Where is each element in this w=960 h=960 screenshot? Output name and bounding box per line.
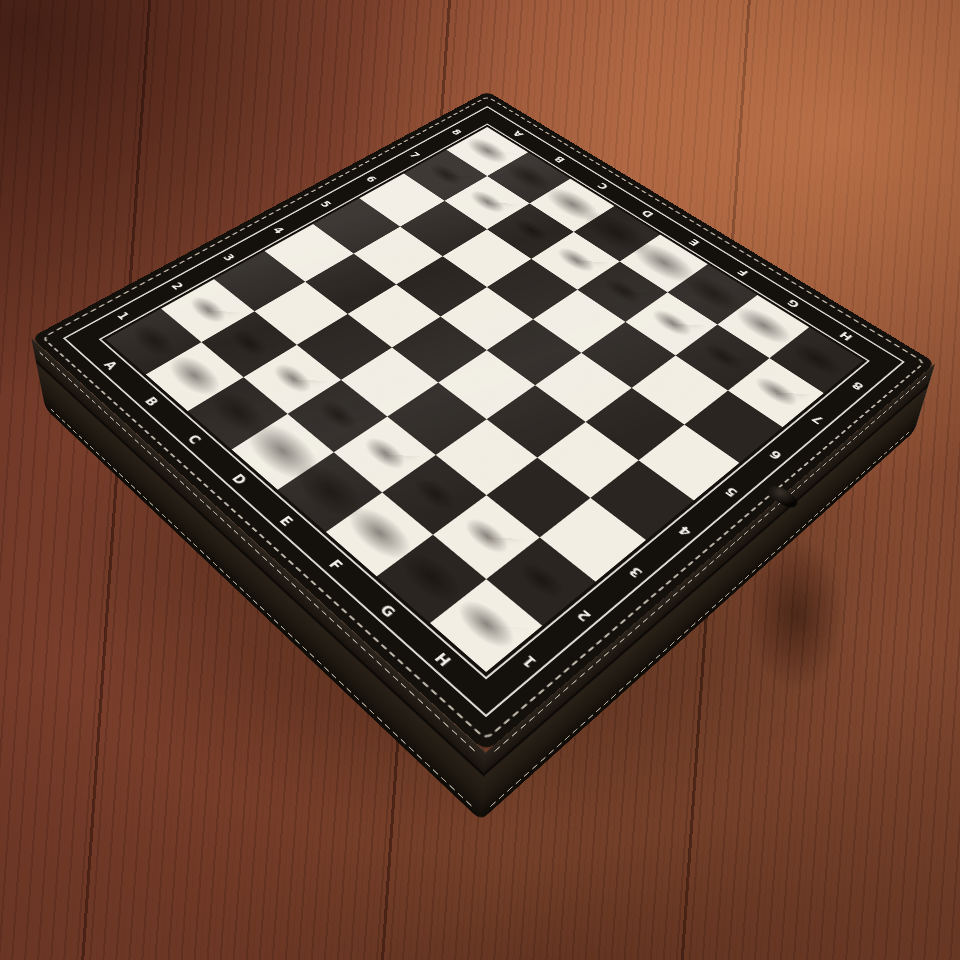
scene: AABBCCDDEEFFGGHH8877665544332211 ♜♞♝♚♛♝♞… <box>0 0 960 960</box>
camera-tilt: AABBCCDDEEFFGGHH8877665544332211 ♜♞♝♚♛♝♞… <box>0 0 960 960</box>
dark-pawn-glyph: ♟ <box>738 310 818 398</box>
light-rook-glyph: ♜ <box>431 505 547 633</box>
wood-floor: AABBCCDDEEFFGGHH8877665544332211 ♜♞♝♚♛♝♞… <box>0 0 960 960</box>
pieces-layer: ♜♞♝♚♛♝♞♜♟♟♟♟♟♟♟♟♟♟♟♟♟♟♟♟♜♞♝♚♛♝♞♜ <box>31 91 936 752</box>
chess-box-lid: AABBCCDDEEFFGGHH8877665544332211 ♜♞♝♚♛♝♞… <box>31 91 936 752</box>
